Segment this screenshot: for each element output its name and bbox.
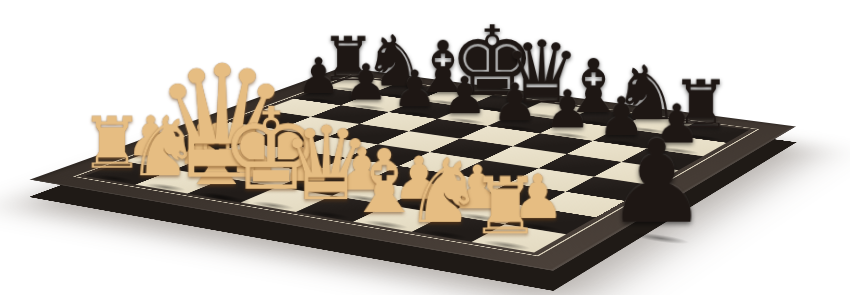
spare-black-pawn[interactable]: ♟ <box>623 228 700 247</box>
piece-black-pawn[interactable]: ♟ <box>605 125 708 240</box>
piece-black-pawn[interactable]: ♟ <box>344 58 389 108</box>
piece-black-pawn[interactable]: ♟ <box>392 64 437 115</box>
piece-white-rook[interactable]: ♜ <box>470 167 541 246</box>
piece-black-pawn[interactable]: ♟ <box>544 84 591 137</box>
piece-black-pawn[interactable]: ♟ <box>492 77 539 129</box>
piece-black-pawn[interactable]: ♟ <box>442 70 488 121</box>
perspective-stage: ♜♞♝♚♛♝♞♜♟♟♟♟♟♟♟♟♟♟♟♟♟♟♟♟♜♞♝♚♛♝♞♜ ♛ ♟ <box>0 0 850 295</box>
chess-set-photo: ♜♞♝♚♛♝♞♜♟♟♟♟♟♟♟♟♟♟♟♟♟♟♟♟♜♞♝♚♛♝♞♜ ♛ ♟ <box>0 0 850 295</box>
chess-board: ♜♞♝♚♛♝♞♜♟♟♟♟♟♟♟♟♟♟♟♟♟♟♟♟♜♞♝♚♛♝♞♜ ♛ ♟ <box>29 67 796 271</box>
